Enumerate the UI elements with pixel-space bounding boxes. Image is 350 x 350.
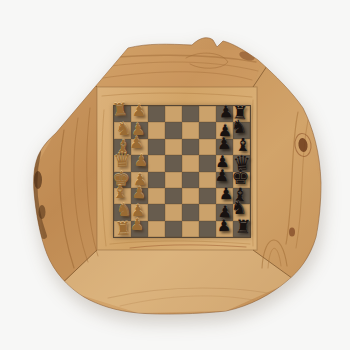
board-square[interactable] (199, 106, 216, 122)
board-square[interactable] (165, 204, 182, 220)
wood-knot-small (289, 228, 295, 237)
chess-piece-white-p[interactable]: ♟ (129, 217, 144, 233)
board-square[interactable] (148, 204, 165, 220)
board-square[interactable] (148, 221, 165, 237)
chess-piece-black-r[interactable]: ♜ (234, 217, 251, 236)
chess-piece-white-r[interactable]: ♜ (114, 219, 131, 238)
board-square[interactable] (165, 106, 182, 122)
slab-left-panel (34, 58, 97, 288)
board-square[interactable] (148, 122, 165, 138)
board-square[interactable] (165, 122, 182, 138)
board-square[interactable] (148, 139, 165, 155)
chess-piece-white-p[interactable]: ♟ (131, 185, 146, 202)
product-photo-scene: ♜♞♝♛♚♝♞♜♟♟♟♟♟♟♟♟♟♟♟♟♟♟♟♟♜♞♝♛♚♝♞♜ (0, 0, 350, 350)
bark-inclusion-top (105, 46, 120, 55)
board-square[interactable] (182, 204, 199, 220)
slab-top-panel (68, 48, 262, 87)
chess-piece-white-p[interactable]: ♟ (129, 135, 143, 151)
board-square[interactable] (199, 155, 216, 171)
board-square[interactable] (165, 155, 182, 171)
board-square[interactable] (199, 188, 216, 204)
board-square[interactable] (182, 139, 199, 155)
board-square[interactable] (165, 172, 182, 188)
board-square[interactable] (148, 188, 165, 204)
board-square[interactable] (165, 188, 182, 204)
board-square[interactable] (199, 221, 216, 237)
chess-piece-white-p[interactable]: ♟ (133, 153, 148, 170)
board-square[interactable] (165, 139, 182, 155)
board-square[interactable] (199, 172, 216, 188)
board-square[interactable] (182, 155, 199, 171)
board-square[interactable] (148, 106, 165, 122)
board-square[interactable] (182, 106, 199, 122)
board-square[interactable] (182, 122, 199, 138)
board-square[interactable] (182, 172, 199, 188)
board-square[interactable] (148, 172, 165, 188)
bark-spot (34, 171, 42, 189)
board-square[interactable] (199, 122, 216, 138)
board-square[interactable] (165, 221, 182, 237)
slab-bottom-panel (58, 250, 295, 313)
board-square[interactable] (182, 188, 199, 204)
chess-piece-black-p[interactable]: ♟ (216, 218, 231, 234)
board-square[interactable] (199, 204, 216, 220)
board-square[interactable] (199, 139, 216, 155)
chess-piece-black-p[interactable]: ♟ (216, 135, 231, 152)
chess-piece-white-p[interactable]: ♟ (131, 103, 146, 119)
board-square[interactable] (148, 155, 165, 171)
board-square[interactable] (182, 221, 199, 237)
chess-piece-black-p[interactable]: ♟ (214, 167, 229, 184)
